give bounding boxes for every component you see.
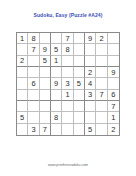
cell-r9c1[interactable] [17, 124, 28, 135]
cell-r9c3[interactable]: 7 [40, 124, 51, 135]
cell-r1c3[interactable] [40, 33, 51, 44]
footer-url: www.printfreesudoku.com [0, 163, 136, 167]
cell-r8c5[interactable] [62, 112, 73, 123]
cell-r7c9[interactable]: 7 [108, 101, 119, 112]
page-title: Sudoku, Easy (Puzzle #A24) [0, 12, 136, 18]
cell-r8c1[interactable]: 5 [17, 112, 28, 123]
cell-r4c8[interactable] [96, 67, 107, 78]
cell-r3c5[interactable] [62, 56, 73, 67]
cell-r4c4[interactable] [51, 67, 62, 78]
cell-r6c2[interactable] [28, 90, 39, 101]
cell-r4c3[interactable] [40, 67, 51, 78]
cell-r3c6[interactable] [74, 56, 85, 67]
cell-r4c9[interactable]: 9 [108, 67, 119, 78]
cell-r3c9[interactable] [108, 56, 119, 67]
cell-r1c6[interactable] [74, 33, 85, 44]
cell-r3c4[interactable]: 1 [51, 56, 62, 67]
cell-r6c3[interactable] [40, 90, 51, 101]
cell-r8c2[interactable] [28, 112, 39, 123]
cell-r7c4[interactable] [51, 101, 62, 112]
cell-r3c8[interactable] [96, 56, 107, 67]
cell-r7c6[interactable] [74, 101, 85, 112]
cell-r6c7[interactable]: 3 [85, 90, 96, 101]
cell-r3c2[interactable] [28, 56, 39, 67]
cell-r4c5[interactable] [62, 67, 73, 78]
cell-r2c4[interactable]: 5 [51, 44, 62, 55]
cell-r9c4[interactable] [51, 124, 62, 135]
cell-r2c8[interactable] [96, 44, 107, 55]
cell-r2c7[interactable] [85, 44, 96, 55]
cell-r7c5[interactable] [62, 101, 73, 112]
cell-r1c7[interactable]: 9 [85, 33, 96, 44]
cell-r2c1[interactable] [17, 44, 28, 55]
cell-r4c7[interactable]: 2 [85, 67, 96, 78]
cell-r9c6[interactable] [74, 124, 85, 135]
cell-r7c2[interactable] [28, 101, 39, 112]
cell-r7c3[interactable] [40, 101, 51, 112]
cell-r2c3[interactable]: 9 [40, 44, 51, 55]
cell-r2c2[interactable]: 7 [28, 44, 39, 55]
cell-r7c8[interactable] [96, 101, 107, 112]
cell-r6c8[interactable]: 7 [96, 90, 107, 101]
cell-r5c9[interactable] [108, 78, 119, 89]
cell-r8c4[interactable]: 8 [51, 112, 62, 123]
cell-r3c3[interactable]: 5 [40, 56, 51, 67]
cell-r1c2[interactable]: 8 [28, 33, 39, 44]
cell-r5c1[interactable] [17, 78, 28, 89]
cell-r5c7[interactable]: 4 [85, 78, 96, 89]
cell-r1c5[interactable]: 7 [62, 33, 73, 44]
cell-r6c9[interactable]: 6 [108, 90, 119, 101]
cell-r5c5[interactable]: 3 [62, 78, 73, 89]
cell-r9c5[interactable] [62, 124, 73, 135]
cell-r9c7[interactable]: 5 [85, 124, 96, 135]
cell-r5c2[interactable]: 6 [28, 78, 39, 89]
cell-r6c6[interactable] [74, 90, 85, 101]
cell-r5c6[interactable]: 5 [74, 78, 85, 89]
cell-r1c9[interactable] [108, 33, 119, 44]
cell-r8c7[interactable] [85, 112, 96, 123]
cell-r5c3[interactable] [40, 78, 51, 89]
cell-r3c7[interactable] [85, 56, 96, 67]
cell-r4c6[interactable] [74, 67, 85, 78]
sudoku-grid: 1879279582512969354137675813752 [16, 32, 120, 136]
cell-r7c1[interactable] [17, 101, 28, 112]
cell-r3c1[interactable]: 2 [17, 56, 28, 67]
cell-r5c4[interactable]: 9 [51, 78, 62, 89]
cell-r9c8[interactable] [96, 124, 107, 135]
cell-r8c6[interactable] [74, 112, 85, 123]
cell-r1c4[interactable] [51, 33, 62, 44]
cell-r1c1[interactable]: 1 [17, 33, 28, 44]
cell-r2c9[interactable] [108, 44, 119, 55]
cell-r7c7[interactable] [85, 101, 96, 112]
cell-r6c4[interactable] [51, 90, 62, 101]
cell-r5c8[interactable] [96, 78, 107, 89]
cell-r9c2[interactable]: 3 [28, 124, 39, 135]
cell-r8c9[interactable]: 1 [108, 112, 119, 123]
cell-r2c5[interactable]: 8 [62, 44, 73, 55]
cell-r4c2[interactable] [28, 67, 39, 78]
cell-r8c3[interactable] [40, 112, 51, 123]
cell-r9c9[interactable]: 2 [108, 124, 119, 135]
cell-r2c6[interactable] [74, 44, 85, 55]
cell-r1c8[interactable]: 2 [96, 33, 107, 44]
cell-r8c8[interactable] [96, 112, 107, 123]
cell-r4c1[interactable] [17, 67, 28, 78]
cell-r6c1[interactable] [17, 90, 28, 101]
printable-sudoku-page: Sudoku, Easy (Puzzle #A24) 1879279582512… [0, 0, 136, 176]
cell-r6c5[interactable]: 1 [62, 90, 73, 101]
